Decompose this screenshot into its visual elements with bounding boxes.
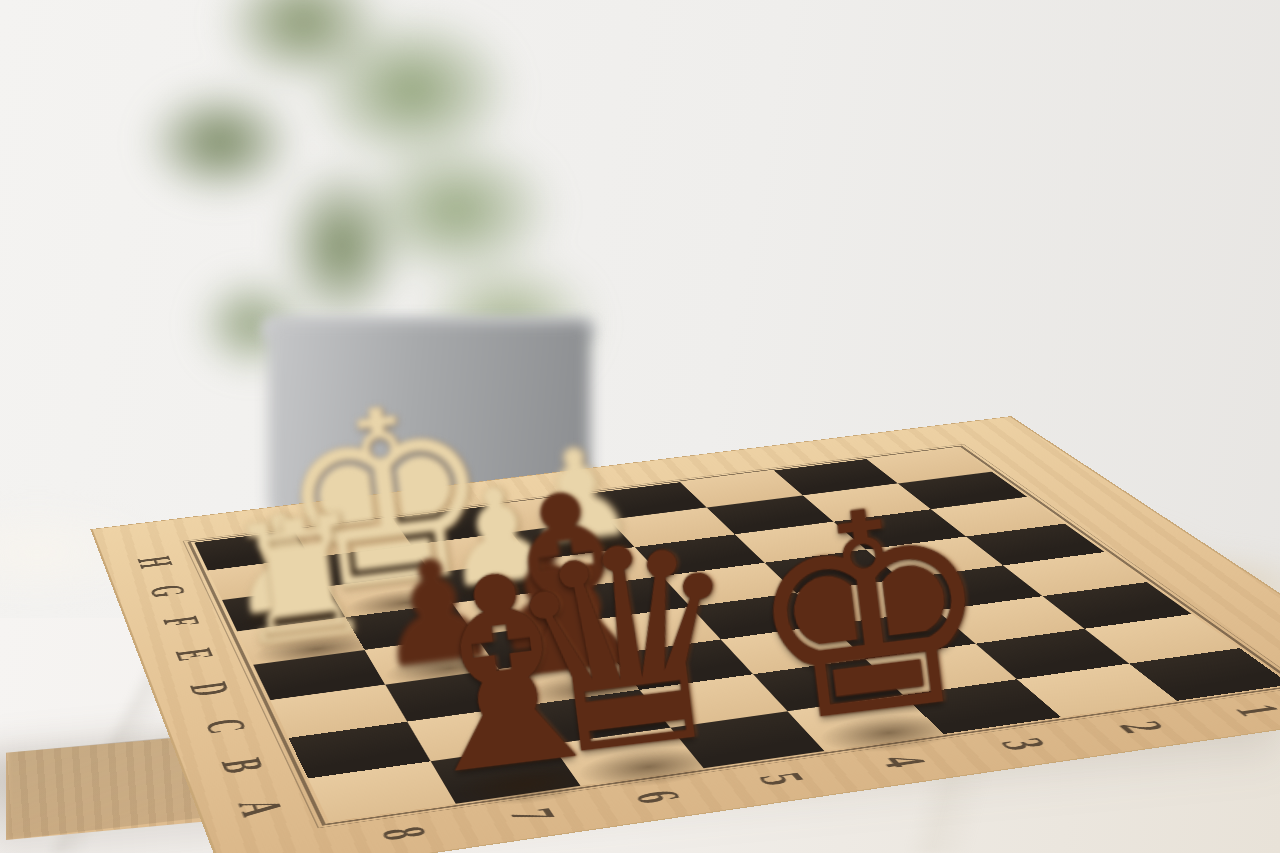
file-label: G (141, 583, 194, 600)
rank-label: 2 (1109, 719, 1174, 736)
rank-label: 4 (871, 753, 936, 771)
file-label: D (180, 680, 238, 699)
rank-label: 5 (749, 770, 814, 788)
file-label: B (212, 756, 273, 776)
file-label: A (228, 797, 292, 820)
rank-label: 7 (499, 806, 564, 825)
rank-label: 3 (991, 736, 1056, 753)
rank-label: 1 (1225, 702, 1280, 719)
rank-label: 8 (371, 824, 436, 843)
file-label: H (129, 554, 180, 570)
photo-scene: HG♟F♟♚♟E♜D♟♟C♝BA♝♛♚87654321 (0, 0, 1280, 853)
rank-label: 6 (625, 788, 690, 806)
file-label: F (153, 614, 206, 629)
file-label: E (167, 646, 222, 663)
file-label: C (195, 716, 255, 736)
